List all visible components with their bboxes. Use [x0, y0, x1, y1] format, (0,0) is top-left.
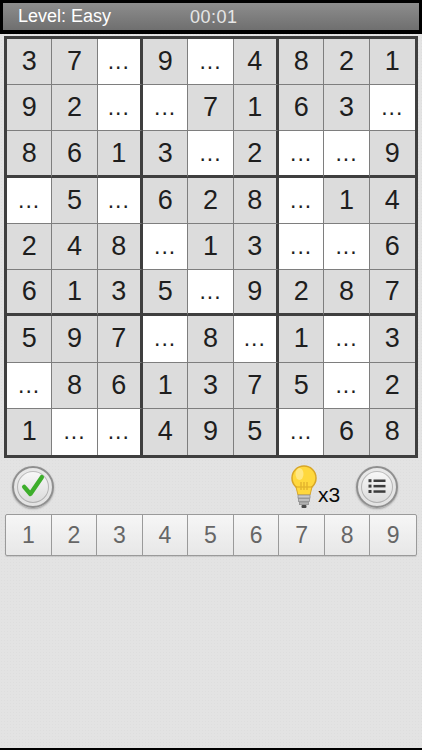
- cell-r4c6[interactable]: 8: [234, 178, 279, 224]
- cell-r6c1[interactable]: 6: [7, 270, 52, 316]
- top-bar: Level: Easy 00:01: [0, 0, 422, 34]
- number-pad: 123456789: [5, 514, 417, 556]
- cell-r8c3[interactable]: 6: [98, 363, 143, 409]
- cell-r2c8[interactable]: 3: [324, 85, 369, 131]
- check-solution-button[interactable]: [12, 466, 54, 508]
- cell-r4c5[interactable]: 2: [188, 178, 233, 224]
- cell-r1c2[interactable]: 7: [52, 39, 97, 85]
- cell-r8c6[interactable]: 7: [234, 363, 279, 409]
- cell-r6c4[interactable]: 5: [143, 270, 188, 316]
- cell-r5c7[interactable]: ...: [279, 224, 324, 270]
- numpad-key-6[interactable]: 6: [234, 515, 280, 555]
- numpad-key-8[interactable]: 8: [325, 515, 371, 555]
- cell-r2c7[interactable]: 6: [279, 85, 324, 131]
- cell-r9c7[interactable]: ...: [279, 409, 324, 455]
- cell-r1c7[interactable]: 8: [279, 39, 324, 85]
- cell-r6c9[interactable]: 7: [370, 270, 415, 316]
- numpad-key-9[interactable]: 9: [370, 515, 416, 555]
- cell-r3c5[interactable]: ...: [188, 131, 233, 177]
- cell-r1c5[interactable]: ...: [188, 39, 233, 85]
- cell-r3c4[interactable]: 3: [143, 131, 188, 177]
- numpad-key-7[interactable]: 7: [279, 515, 325, 555]
- cell-r7c1[interactable]: 5: [7, 316, 52, 362]
- cell-r6c3[interactable]: 3: [98, 270, 143, 316]
- level-label: Level: Easy: [3, 6, 111, 27]
- cell-r6c7[interactable]: 2: [279, 270, 324, 316]
- cell-r6c2[interactable]: 1: [52, 270, 97, 316]
- cell-r9c5[interactable]: 9: [188, 409, 233, 455]
- cell-r3c2[interactable]: 6: [52, 131, 97, 177]
- sudoku-board: 37...9...482192......7163...8613...2....…: [4, 36, 418, 458]
- cell-r5c1[interactable]: 2: [7, 224, 52, 270]
- cell-r9c2[interactable]: ...: [52, 409, 97, 455]
- lightbulb-icon: [290, 496, 318, 513]
- cell-r2c1[interactable]: 9: [7, 85, 52, 131]
- cell-r3c8[interactable]: ...: [324, 131, 369, 177]
- cell-r1c8[interactable]: 2: [324, 39, 369, 85]
- cell-r2c3[interactable]: ...: [98, 85, 143, 131]
- cell-r4c2[interactable]: 5: [52, 178, 97, 224]
- cell-r8c7[interactable]: 5: [279, 363, 324, 409]
- cell-r7c2[interactable]: 9: [52, 316, 97, 362]
- cell-r5c8[interactable]: ...: [324, 224, 369, 270]
- list-icon: [365, 474, 389, 501]
- cell-r8c2[interactable]: 8: [52, 363, 97, 409]
- cell-r1c4[interactable]: 9: [143, 39, 188, 85]
- cell-r7c4[interactable]: ...: [143, 316, 188, 362]
- cell-r7c6[interactable]: ...: [234, 316, 279, 362]
- cell-r8c5[interactable]: 3: [188, 363, 233, 409]
- hint-count-label: x3: [318, 483, 340, 507]
- cell-r3c6[interactable]: 2: [234, 131, 279, 177]
- cell-r5c9[interactable]: 6: [370, 224, 415, 270]
- cell-r7c5[interactable]: 8: [188, 316, 233, 362]
- cell-r8c4[interactable]: 1: [143, 363, 188, 409]
- cell-r9c1[interactable]: 1: [7, 409, 52, 455]
- cell-r1c9[interactable]: 1: [370, 39, 415, 85]
- cell-r9c9[interactable]: 8: [370, 409, 415, 455]
- cell-r1c3[interactable]: ...: [98, 39, 143, 85]
- cell-r5c3[interactable]: 8: [98, 224, 143, 270]
- cell-r2c9[interactable]: ...: [370, 85, 415, 131]
- cell-r9c8[interactable]: 6: [324, 409, 369, 455]
- cell-r4c7[interactable]: ...: [279, 178, 324, 224]
- cell-r3c1[interactable]: 8: [7, 131, 52, 177]
- cell-r8c1[interactable]: ...: [7, 363, 52, 409]
- hint-button[interactable]: [290, 464, 318, 510]
- timer: 00:01: [190, 6, 238, 27]
- cell-r6c5[interactable]: ...: [188, 270, 233, 316]
- cell-r4c8[interactable]: 1: [324, 178, 369, 224]
- cell-r3c7[interactable]: ...: [279, 131, 324, 177]
- numpad-key-3[interactable]: 3: [97, 515, 143, 555]
- top-bar-panel: Level: Easy 00:01: [3, 3, 419, 30]
- cell-r4c1[interactable]: ...: [7, 178, 52, 224]
- cell-r6c8[interactable]: 8: [324, 270, 369, 316]
- cell-r8c9[interactable]: 2: [370, 363, 415, 409]
- menu-button[interactable]: [356, 466, 398, 508]
- numpad-key-1[interactable]: 1: [6, 515, 52, 555]
- cell-r2c4[interactable]: ...: [143, 85, 188, 131]
- cell-r9c3[interactable]: ...: [98, 409, 143, 455]
- cell-r7c9[interactable]: 3: [370, 316, 415, 362]
- cell-r3c9[interactable]: 9: [370, 131, 415, 177]
- cell-r2c6[interactable]: 1: [234, 85, 279, 131]
- cell-r6c6[interactable]: 9: [234, 270, 279, 316]
- cell-r2c2[interactable]: 2: [52, 85, 97, 131]
- cell-r4c9[interactable]: 4: [370, 178, 415, 224]
- cell-r4c4[interactable]: 6: [143, 178, 188, 224]
- cell-r5c4[interactable]: ...: [143, 224, 188, 270]
- cell-r1c1[interactable]: 3: [7, 39, 52, 85]
- cell-r7c8[interactable]: ...: [324, 316, 369, 362]
- numpad-key-4[interactable]: 4: [143, 515, 189, 555]
- cell-r8c8[interactable]: ...: [324, 363, 369, 409]
- cell-r9c4[interactable]: 4: [143, 409, 188, 455]
- cell-r5c5[interactable]: 1: [188, 224, 233, 270]
- check-icon: [18, 471, 48, 504]
- cell-r9c6[interactable]: 5: [234, 409, 279, 455]
- cell-r7c3[interactable]: 7: [98, 316, 143, 362]
- cell-r7c7[interactable]: 1: [279, 316, 324, 362]
- cell-r4c3[interactable]: ...: [98, 178, 143, 224]
- cell-r5c2[interactable]: 4: [52, 224, 97, 270]
- cell-r2c5[interactable]: 7: [188, 85, 233, 131]
- cell-r1c6[interactable]: 4: [234, 39, 279, 85]
- cell-r3c3[interactable]: 1: [98, 131, 143, 177]
- numpad-key-2[interactable]: 2: [52, 515, 98, 555]
- cell-r5c6[interactable]: 3: [234, 224, 279, 270]
- numpad-key-5[interactable]: 5: [188, 515, 234, 555]
